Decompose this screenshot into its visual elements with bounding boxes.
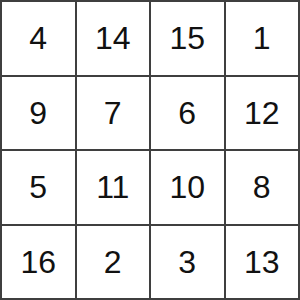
grid-cell-r1c4: 1 — [226, 2, 299, 75]
grid-cell-r2c4: 12 — [226, 77, 299, 150]
magic-square-grid: 41415197612511108162313 — [0, 0, 300, 300]
grid-cell-r4c3: 3 — [151, 226, 224, 299]
cell-number: 11 — [96, 171, 129, 203]
cell-number: 8 — [253, 171, 271, 203]
grid-cell-r2c2: 7 — [77, 77, 150, 150]
grid-cell-r3c2: 11 — [77, 151, 150, 224]
cell-number: 14 — [95, 22, 131, 54]
grid-cell-r3c4: 8 — [226, 151, 299, 224]
grid-cell-r4c4: 13 — [226, 226, 299, 299]
grid-cell-r3c1: 5 — [2, 151, 75, 224]
cell-number: 6 — [178, 97, 196, 129]
grid-cell-r4c2: 2 — [77, 226, 150, 299]
grid-cell-r2c3: 6 — [151, 77, 224, 150]
grid-cell-r1c3: 15 — [151, 2, 224, 75]
grid-cell-r1c1: 4 — [2, 2, 75, 75]
cell-number: 1 — [253, 22, 271, 54]
cell-number: 7 — [104, 97, 122, 129]
cell-number: 5 — [29, 171, 47, 203]
cell-number: 9 — [29, 97, 47, 129]
cell-number: 13 — [244, 246, 280, 278]
cell-number: 15 — [169, 22, 205, 54]
cell-number: 16 — [20, 246, 56, 278]
cell-number: 4 — [29, 22, 47, 54]
cell-number: 2 — [104, 246, 122, 278]
cell-number: 12 — [244, 97, 280, 129]
grid-cell-r4c1: 16 — [2, 226, 75, 299]
grid-cell-r3c3: 10 — [151, 151, 224, 224]
grid-cell-r1c2: 14 — [77, 2, 150, 75]
cell-number: 3 — [178, 246, 196, 278]
grid-cell-r2c1: 9 — [2, 77, 75, 150]
cell-number: 10 — [169, 171, 205, 203]
